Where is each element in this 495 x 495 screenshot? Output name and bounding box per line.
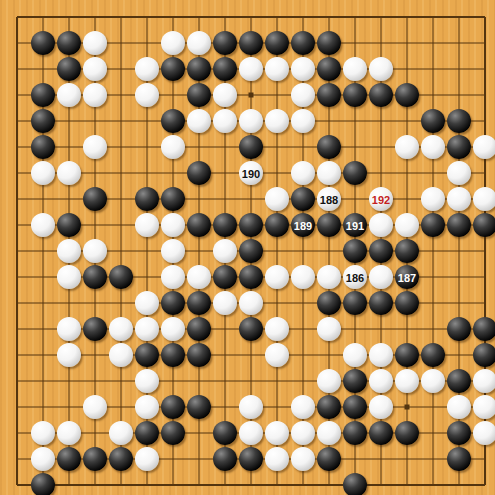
intersection[interactable] (30, 212, 56, 238)
intersection[interactable] (290, 394, 316, 420)
intersection[interactable] (446, 56, 472, 82)
intersection[interactable] (264, 212, 290, 238)
intersection[interactable] (446, 264, 472, 290)
intersection[interactable] (342, 394, 368, 420)
intersection[interactable] (472, 212, 495, 238)
intersection[interactable] (4, 108, 30, 134)
intersection[interactable] (186, 56, 212, 82)
intersection[interactable] (394, 446, 420, 472)
intersection[interactable] (394, 4, 420, 30)
intersection[interactable] (342, 134, 368, 160)
intersection[interactable] (160, 56, 186, 82)
intersection[interactable] (264, 472, 290, 495)
intersection[interactable] (394, 238, 420, 264)
intersection[interactable] (420, 368, 446, 394)
intersection[interactable] (368, 56, 394, 82)
intersection[interactable] (238, 108, 264, 134)
intersection[interactable]: 191 (342, 212, 368, 238)
intersection[interactable] (342, 186, 368, 212)
intersection[interactable] (160, 30, 186, 56)
intersection[interactable] (108, 212, 134, 238)
intersection[interactable] (368, 368, 394, 394)
intersection[interactable] (30, 134, 56, 160)
intersection[interactable] (368, 30, 394, 56)
intersection[interactable] (186, 186, 212, 212)
intersection[interactable] (30, 4, 56, 30)
intersection[interactable] (420, 290, 446, 316)
intersection[interactable] (316, 368, 342, 394)
intersection[interactable] (4, 56, 30, 82)
intersection[interactable] (290, 316, 316, 342)
intersection[interactable] (264, 160, 290, 186)
intersection[interactable] (108, 108, 134, 134)
intersection[interactable] (342, 420, 368, 446)
intersection[interactable] (342, 108, 368, 134)
intersection[interactable] (56, 446, 82, 472)
intersection[interactable] (472, 134, 495, 160)
intersection[interactable] (82, 82, 108, 108)
intersection[interactable] (212, 82, 238, 108)
intersection[interactable] (4, 420, 30, 446)
intersection[interactable] (368, 4, 394, 30)
intersection[interactable] (30, 446, 56, 472)
intersection[interactable] (472, 446, 495, 472)
intersection[interactable] (134, 4, 160, 30)
intersection[interactable] (160, 4, 186, 30)
intersection[interactable] (472, 160, 495, 186)
intersection[interactable] (238, 264, 264, 290)
intersection[interactable] (56, 238, 82, 264)
intersection[interactable] (212, 264, 238, 290)
intersection[interactable] (316, 472, 342, 495)
intersection[interactable] (4, 134, 30, 160)
intersection[interactable] (160, 82, 186, 108)
intersection[interactable] (56, 316, 82, 342)
intersection[interactable] (134, 290, 160, 316)
intersection[interactable] (368, 342, 394, 368)
intersection[interactable] (446, 160, 472, 186)
intersection[interactable] (212, 342, 238, 368)
intersection[interactable] (160, 420, 186, 446)
intersection[interactable] (56, 420, 82, 446)
intersection[interactable]: 186 (342, 264, 368, 290)
intersection[interactable] (446, 290, 472, 316)
intersection[interactable] (264, 316, 290, 342)
intersection[interactable] (30, 264, 56, 290)
intersection[interactable] (4, 446, 30, 472)
intersection[interactable] (316, 30, 342, 56)
intersection[interactable] (212, 238, 238, 264)
intersection[interactable] (212, 134, 238, 160)
intersection[interactable] (4, 4, 30, 30)
intersection[interactable] (134, 56, 160, 82)
intersection[interactable] (420, 30, 446, 56)
intersection[interactable] (56, 30, 82, 56)
intersection[interactable] (134, 212, 160, 238)
intersection[interactable] (290, 134, 316, 160)
intersection[interactable] (394, 82, 420, 108)
intersection[interactable] (56, 160, 82, 186)
intersection[interactable] (472, 420, 495, 446)
intersection[interactable] (290, 446, 316, 472)
intersection[interactable] (134, 30, 160, 56)
intersection[interactable] (446, 342, 472, 368)
intersection[interactable] (186, 238, 212, 264)
intersection[interactable] (342, 30, 368, 56)
intersection[interactable] (316, 290, 342, 316)
intersection[interactable] (186, 108, 212, 134)
intersection[interactable] (108, 420, 134, 446)
intersection[interactable] (56, 264, 82, 290)
intersection[interactable] (30, 316, 56, 342)
intersection[interactable] (134, 316, 160, 342)
intersection[interactable] (342, 472, 368, 495)
intersection[interactable] (342, 446, 368, 472)
intersection[interactable] (4, 186, 30, 212)
intersection[interactable] (82, 108, 108, 134)
intersection[interactable] (316, 56, 342, 82)
intersection[interactable] (108, 82, 134, 108)
intersection[interactable] (420, 4, 446, 30)
intersection[interactable] (290, 368, 316, 394)
intersection[interactable] (472, 264, 495, 290)
intersection[interactable] (160, 238, 186, 264)
intersection[interactable] (342, 160, 368, 186)
intersection[interactable] (342, 56, 368, 82)
intersection[interactable] (56, 4, 82, 30)
intersection[interactable] (316, 160, 342, 186)
intersection[interactable] (160, 316, 186, 342)
intersection[interactable] (4, 160, 30, 186)
intersection[interactable] (394, 160, 420, 186)
intersection[interactable] (342, 342, 368, 368)
intersection[interactable] (56, 56, 82, 82)
intersection[interactable] (472, 30, 495, 56)
intersection[interactable] (134, 368, 160, 394)
intersection[interactable] (316, 420, 342, 446)
intersection[interactable] (82, 420, 108, 446)
intersection[interactable] (472, 290, 495, 316)
intersection[interactable] (108, 56, 134, 82)
intersection[interactable] (82, 4, 108, 30)
intersection[interactable] (368, 160, 394, 186)
intersection[interactable] (316, 238, 342, 264)
intersection[interactable] (134, 108, 160, 134)
intersection[interactable] (108, 290, 134, 316)
intersection[interactable] (290, 160, 316, 186)
intersection[interactable] (394, 368, 420, 394)
intersection[interactable] (186, 446, 212, 472)
intersection[interactable] (394, 420, 420, 446)
intersection[interactable] (108, 342, 134, 368)
intersection[interactable] (160, 212, 186, 238)
intersection[interactable] (290, 4, 316, 30)
intersection[interactable] (290, 108, 316, 134)
intersection[interactable]: 190 (238, 160, 264, 186)
intersection[interactable] (446, 394, 472, 420)
intersection[interactable] (108, 238, 134, 264)
intersection[interactable] (108, 30, 134, 56)
intersection[interactable] (368, 134, 394, 160)
intersection[interactable] (56, 212, 82, 238)
intersection[interactable] (30, 472, 56, 495)
intersection[interactable] (316, 212, 342, 238)
intersection[interactable]: 192 (368, 186, 394, 212)
intersection[interactable] (316, 394, 342, 420)
intersection[interactable] (82, 290, 108, 316)
intersection[interactable] (30, 82, 56, 108)
intersection[interactable] (420, 472, 446, 495)
intersection[interactable] (420, 264, 446, 290)
intersection[interactable] (108, 472, 134, 495)
intersection[interactable] (446, 108, 472, 134)
intersection[interactable] (160, 446, 186, 472)
intersection[interactable] (108, 264, 134, 290)
intersection[interactable] (394, 30, 420, 56)
intersection[interactable] (264, 264, 290, 290)
intersection[interactable] (472, 472, 495, 495)
intersection[interactable] (446, 30, 472, 56)
intersection[interactable] (316, 316, 342, 342)
intersection[interactable] (160, 160, 186, 186)
intersection[interactable] (446, 186, 472, 212)
intersection[interactable] (446, 82, 472, 108)
intersection[interactable] (30, 420, 56, 446)
intersection[interactable] (368, 472, 394, 495)
intersection[interactable] (472, 394, 495, 420)
intersection[interactable] (394, 56, 420, 82)
intersection[interactable] (160, 108, 186, 134)
intersection[interactable] (420, 342, 446, 368)
intersection[interactable] (160, 472, 186, 495)
intersection[interactable] (108, 186, 134, 212)
intersection[interactable] (394, 212, 420, 238)
intersection[interactable] (238, 394, 264, 420)
intersection[interactable] (30, 186, 56, 212)
intersection[interactable] (30, 30, 56, 56)
intersection[interactable] (186, 472, 212, 495)
intersection[interactable] (264, 394, 290, 420)
intersection[interactable] (134, 394, 160, 420)
intersection[interactable] (264, 446, 290, 472)
intersection[interactable] (368, 290, 394, 316)
intersection[interactable] (446, 316, 472, 342)
intersection[interactable] (316, 4, 342, 30)
intersection[interactable] (264, 56, 290, 82)
intersection[interactable] (4, 316, 30, 342)
intersection[interactable] (472, 82, 495, 108)
intersection[interactable] (108, 368, 134, 394)
intersection[interactable] (446, 134, 472, 160)
intersection[interactable] (368, 82, 394, 108)
intersection[interactable] (82, 160, 108, 186)
intersection[interactable] (472, 108, 495, 134)
intersection[interactable] (134, 186, 160, 212)
intersection[interactable] (212, 30, 238, 56)
intersection[interactable] (56, 82, 82, 108)
intersection[interactable] (212, 290, 238, 316)
intersection[interactable] (160, 186, 186, 212)
intersection[interactable] (212, 446, 238, 472)
intersection[interactable] (186, 264, 212, 290)
intersection[interactable] (342, 316, 368, 342)
intersection[interactable] (4, 30, 30, 56)
intersection[interactable] (4, 238, 30, 264)
intersection[interactable] (212, 56, 238, 82)
intersection[interactable] (134, 472, 160, 495)
intersection[interactable] (264, 108, 290, 134)
intersection[interactable] (30, 238, 56, 264)
intersection[interactable] (472, 238, 495, 264)
intersection[interactable] (368, 420, 394, 446)
intersection[interactable] (134, 160, 160, 186)
intersection[interactable] (394, 472, 420, 495)
intersection[interactable] (186, 394, 212, 420)
intersection[interactable] (4, 342, 30, 368)
intersection[interactable] (420, 160, 446, 186)
intersection[interactable] (82, 316, 108, 342)
intersection[interactable] (212, 472, 238, 495)
intersection[interactable] (472, 4, 495, 30)
intersection[interactable] (186, 4, 212, 30)
intersection[interactable] (446, 420, 472, 446)
intersection[interactable] (394, 394, 420, 420)
intersection[interactable] (290, 82, 316, 108)
intersection[interactable] (4, 472, 30, 495)
intersection[interactable] (108, 446, 134, 472)
intersection[interactable] (56, 342, 82, 368)
intersection[interactable] (368, 394, 394, 420)
intersection[interactable] (368, 446, 394, 472)
intersection[interactable] (30, 108, 56, 134)
intersection[interactable] (264, 186, 290, 212)
intersection[interactable] (472, 368, 495, 394)
intersection[interactable] (212, 212, 238, 238)
intersection[interactable] (212, 316, 238, 342)
intersection[interactable] (264, 134, 290, 160)
intersection[interactable] (290, 342, 316, 368)
intersection[interactable] (342, 4, 368, 30)
intersection[interactable] (134, 420, 160, 446)
intersection[interactable] (186, 30, 212, 56)
intersection[interactable] (238, 56, 264, 82)
intersection[interactable] (368, 108, 394, 134)
intersection[interactable] (186, 316, 212, 342)
intersection[interactable] (446, 368, 472, 394)
intersection[interactable] (4, 212, 30, 238)
intersection[interactable] (82, 56, 108, 82)
intersection[interactable]: 187 (394, 264, 420, 290)
intersection[interactable] (4, 368, 30, 394)
intersection[interactable] (30, 56, 56, 82)
intersection[interactable] (56, 472, 82, 495)
intersection[interactable] (394, 134, 420, 160)
intersection[interactable] (134, 238, 160, 264)
intersection[interactable] (4, 394, 30, 420)
intersection[interactable] (316, 342, 342, 368)
intersection[interactable] (56, 108, 82, 134)
intersection[interactable] (472, 316, 495, 342)
intersection[interactable] (56, 290, 82, 316)
intersection[interactable] (446, 472, 472, 495)
intersection[interactable] (264, 30, 290, 56)
intersection[interactable] (342, 82, 368, 108)
intersection[interactable] (160, 368, 186, 394)
intersection[interactable] (316, 82, 342, 108)
intersection[interactable] (212, 394, 238, 420)
intersection[interactable] (368, 316, 394, 342)
intersection[interactable] (394, 342, 420, 368)
intersection[interactable] (420, 108, 446, 134)
intersection[interactable] (446, 4, 472, 30)
intersection[interactable] (82, 30, 108, 56)
intersection[interactable] (108, 134, 134, 160)
intersection[interactable] (238, 342, 264, 368)
intersection[interactable] (394, 108, 420, 134)
intersection[interactable] (264, 290, 290, 316)
intersection[interactable] (368, 238, 394, 264)
intersection[interactable] (238, 4, 264, 30)
intersection[interactable] (56, 368, 82, 394)
intersection[interactable] (160, 290, 186, 316)
intersection[interactable] (82, 446, 108, 472)
intersection[interactable] (446, 212, 472, 238)
intersection[interactable] (420, 186, 446, 212)
intersection[interactable] (82, 264, 108, 290)
intersection[interactable] (186, 290, 212, 316)
intersection[interactable] (420, 56, 446, 82)
intersection[interactable] (56, 394, 82, 420)
intersection[interactable] (290, 238, 316, 264)
intersection[interactable] (264, 342, 290, 368)
intersection[interactable] (160, 264, 186, 290)
intersection[interactable] (4, 290, 30, 316)
intersection[interactable] (342, 290, 368, 316)
intersection[interactable] (238, 134, 264, 160)
intersection[interactable] (238, 316, 264, 342)
go-board[interactable]: 190188192189191186187 (0, 0, 495, 495)
intersection[interactable] (134, 342, 160, 368)
intersection[interactable] (290, 420, 316, 446)
intersection[interactable] (238, 472, 264, 495)
intersection[interactable] (264, 420, 290, 446)
intersection[interactable] (82, 394, 108, 420)
intersection[interactable] (420, 420, 446, 446)
intersection[interactable] (264, 238, 290, 264)
intersection[interactable] (238, 446, 264, 472)
intersection[interactable] (212, 420, 238, 446)
intersection[interactable] (420, 316, 446, 342)
intersection[interactable] (420, 82, 446, 108)
intersection[interactable] (368, 212, 394, 238)
intersection[interactable] (238, 290, 264, 316)
intersection[interactable] (342, 238, 368, 264)
intersection[interactable] (316, 108, 342, 134)
intersection[interactable] (316, 446, 342, 472)
intersection[interactable] (472, 186, 495, 212)
intersection[interactable] (238, 238, 264, 264)
intersection[interactable]: 189 (290, 212, 316, 238)
intersection[interactable] (420, 134, 446, 160)
intersection[interactable] (290, 186, 316, 212)
intersection[interactable] (160, 342, 186, 368)
intersection[interactable] (82, 472, 108, 495)
intersection[interactable] (30, 394, 56, 420)
intersection[interactable] (394, 186, 420, 212)
intersection[interactable] (446, 446, 472, 472)
intersection[interactable] (290, 56, 316, 82)
intersection[interactable] (160, 394, 186, 420)
